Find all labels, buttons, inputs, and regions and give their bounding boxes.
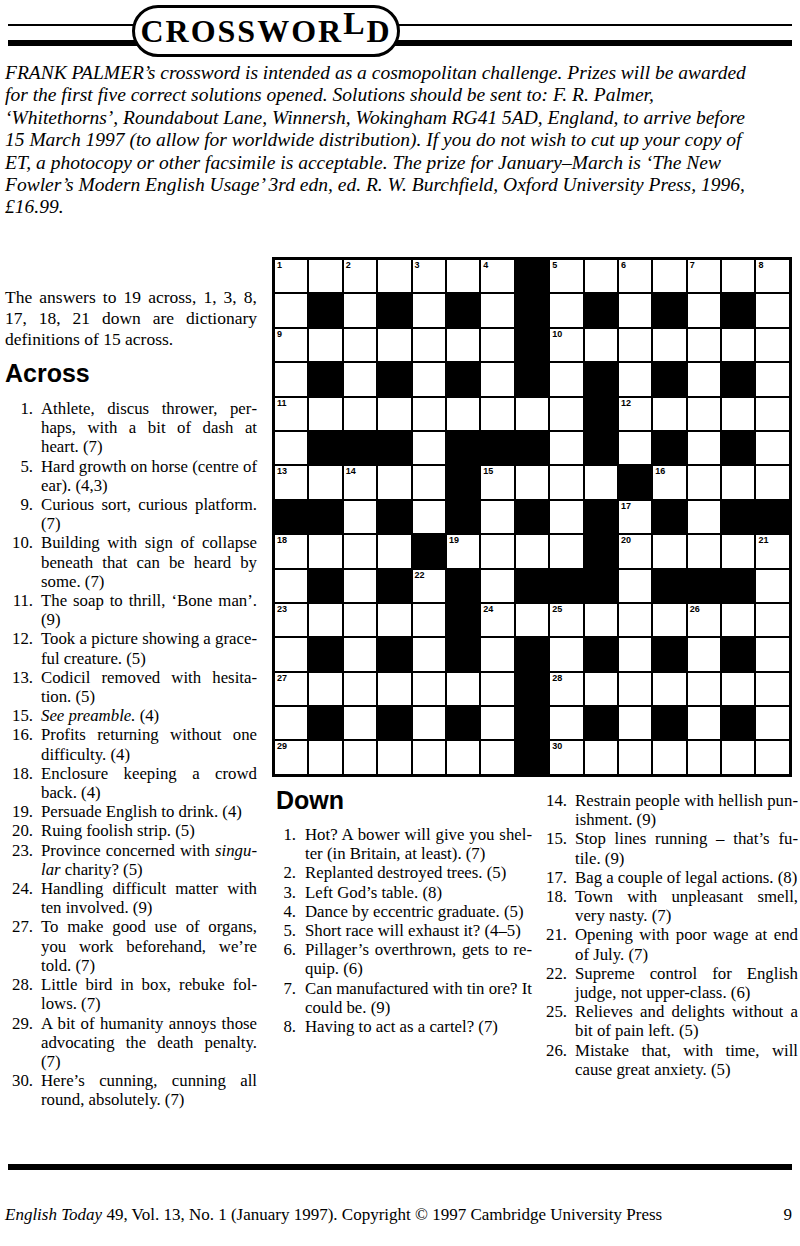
- grid-cell-r2c15[interactable]: [755, 293, 789, 327]
- grid-cell-r13c5[interactable]: [412, 672, 446, 706]
- clue-across-27: 27.To make good use of organs, you work …: [5, 917, 257, 975]
- grid-cell-r12c15[interactable]: [755, 637, 789, 671]
- grid-cell-r1c2[interactable]: [308, 259, 342, 293]
- grid-cell-r11c15[interactable]: [755, 603, 789, 637]
- cell-number: 23: [277, 604, 287, 615]
- grid-cell-r11c7[interactable]: 24: [480, 603, 514, 637]
- cell-number: 29: [277, 741, 287, 752]
- grid-cell-r10c11[interactable]: [618, 569, 652, 603]
- grid-cell-r13c2[interactable]: [308, 672, 342, 706]
- grid-cell-r11c14[interactable]: [721, 603, 755, 637]
- grid-cell-r10c13-black: [687, 569, 721, 603]
- grid-cell-r7c5[interactable]: [412, 465, 446, 499]
- grid-cell-r11c5[interactable]: [412, 603, 446, 637]
- clue-text: Curious sort, curious platform. (7): [41, 495, 257, 533]
- grid-cell-r2c7[interactable]: [480, 293, 514, 327]
- clue-across-13: 13.Codicil removed with hesitation. (5): [5, 668, 257, 706]
- clue-text: A bit of humanity annoys those advocatin…: [41, 1014, 257, 1072]
- grid-cell-r13c15[interactable]: [755, 672, 789, 706]
- grid-cell-r8c6-black: [446, 500, 480, 534]
- grid-cell-r10c6-black: [446, 569, 480, 603]
- clue-text: Short race will exhaust it? (4–5): [305, 921, 532, 940]
- grid-cell-r5c10-black: [584, 397, 618, 431]
- clue-down-7: 7.Can manufactured with tin ore? It coul…: [276, 979, 532, 1017]
- page-title: CROSSWORLD: [140, 13, 391, 50]
- grid-cell-r1c6[interactable]: [446, 259, 480, 293]
- grid-cell-r9c14[interactable]: [721, 534, 755, 568]
- grid-cell-r4c13[interactable]: [687, 362, 721, 396]
- grid-cell-r5c4[interactable]: [377, 397, 411, 431]
- grid-cell-r3c1[interactable]: 9: [274, 328, 308, 362]
- cell-number: 18: [277, 535, 287, 546]
- clue-text: Athlete, discus thrower, perhaps, with a…: [41, 399, 257, 457]
- footer-rule: [8, 1164, 792, 1170]
- cell-number: 30: [552, 741, 562, 752]
- grid-cell-r1c7[interactable]: 4: [480, 259, 514, 293]
- grid-cell-r11c1[interactable]: 23: [274, 603, 308, 637]
- grid-cell-r6c9[interactable]: [549, 431, 583, 465]
- grid-cell-r7c9[interactable]: [549, 465, 583, 499]
- clue-text: Dance by eccentric graduate. (5): [305, 902, 532, 921]
- grid-cell-r7c12[interactable]: 16: [652, 465, 686, 499]
- grid-cell-r6c8-black: [515, 431, 549, 465]
- grid-cell-r5c2[interactable]: [308, 397, 342, 431]
- grid-cell-r11c13[interactable]: 26: [687, 603, 721, 637]
- grid-cell-r14c1[interactable]: [274, 706, 308, 740]
- clue-down-22: 22.Supreme control for English judge, no…: [541, 964, 798, 1002]
- grid-cell-r13c1[interactable]: 27: [274, 672, 308, 706]
- grid-cell-r5c1[interactable]: 11: [274, 397, 308, 431]
- grid-cell-r5c15[interactable]: [755, 397, 789, 431]
- grid-cell-r9c6[interactable]: 19: [446, 534, 480, 568]
- clue-number: 16.: [5, 725, 33, 763]
- grid-cell-r1c14[interactable]: [721, 259, 755, 293]
- grid-cell-r9c13[interactable]: [687, 534, 721, 568]
- grid-cell-r7c14[interactable]: [721, 465, 755, 499]
- clue-text: Building with sign of collapse beneath t…: [41, 533, 257, 591]
- grid-cell-r6c3-black: [343, 431, 377, 465]
- grid-cell-r4c3[interactable]: [343, 362, 377, 396]
- grid-cell-r8c3[interactable]: [343, 500, 377, 534]
- grid-cell-r15c5[interactable]: [412, 740, 446, 774]
- clue-down-15: 15.Stop lines running – that’s futile. (…: [541, 829, 798, 867]
- clue-number: 1.: [276, 825, 296, 863]
- clue-across-16: 16.Profits returning without one difficu…: [5, 725, 257, 763]
- grid-cell-r13c10[interactable]: [584, 672, 618, 706]
- grid-cell-r6c2-black: [308, 431, 342, 465]
- clue-number: 26.: [541, 1041, 567, 1079]
- grid-cell-r1c3[interactable]: 2: [343, 259, 377, 293]
- clue-number: 24.: [5, 879, 33, 917]
- cell-number: 21: [758, 535, 768, 546]
- grid-cell-r15c2[interactable]: [308, 740, 342, 774]
- cell-number: 14: [346, 466, 356, 477]
- grid-cell-r5c14[interactable]: [721, 397, 755, 431]
- grid-cell-r15c12[interactable]: [652, 740, 686, 774]
- clue-number: 21.: [541, 925, 567, 963]
- down-clues-1-8: 1.Hot? A bower will give you shelter (in…: [276, 825, 532, 1036]
- clue-number: 10.: [5, 533, 33, 591]
- clue-across-29: 29.A bit of humanity annoys those advoca…: [5, 1014, 257, 1072]
- grid-cell-r2c9[interactable]: [549, 293, 583, 327]
- cell-number: 15: [483, 466, 493, 477]
- grid-cell-r10c4-black: [377, 569, 411, 603]
- grid-cell-r15c1[interactable]: 29: [274, 740, 308, 774]
- grid-cell-r5c8[interactable]: [515, 397, 549, 431]
- grid-cell-r12c14-black: [721, 637, 755, 671]
- grid-cell-r9c8[interactable]: [515, 534, 549, 568]
- clue-number: 19.: [5, 802, 33, 821]
- grid-cell-r8c13[interactable]: [687, 500, 721, 534]
- clue-number: 25.: [541, 1002, 567, 1040]
- grid-cell-r10c14-black: [721, 569, 755, 603]
- grid-cell-r5c3[interactable]: [343, 397, 377, 431]
- grid-cell-r4c8-black: [515, 362, 549, 396]
- clue-down-6: 6.Pillager’s overthrown, gets to requip.…: [276, 940, 532, 978]
- grid-cell-r1c1[interactable]: 1: [274, 259, 308, 293]
- clue-text: Pillager’s overthrown, gets to requip. (…: [305, 940, 532, 978]
- grid-cell-r14c3[interactable]: [343, 706, 377, 740]
- footer: English Today 49, Vol. 13, No. 1 (Januar…: [5, 1205, 792, 1225]
- grid-cell-r6c13[interactable]: [687, 431, 721, 465]
- grid-cell-r3c2[interactable]: [308, 328, 342, 362]
- title-oval: CROSSWORLD: [132, 5, 400, 57]
- grid-cell-r4c6-black: [446, 362, 480, 396]
- grid-cell-r11c12[interactable]: [652, 603, 686, 637]
- cell-number: 28: [552, 673, 562, 684]
- grid-cell-r3c14[interactable]: [721, 328, 755, 362]
- clue-number: 23.: [5, 841, 33, 879]
- grid-cell-r12c5[interactable]: [412, 637, 446, 671]
- grid-cell-r14c13[interactable]: [687, 706, 721, 740]
- grid-cell-r8c9[interactable]: [549, 500, 583, 534]
- cell-number: 11: [277, 398, 287, 409]
- clue-text: Enclosure keeping a crowd back. (4): [41, 764, 257, 802]
- clue-down-2: 2.Replanted destroyed trees. (5): [276, 863, 532, 882]
- down-clues-14-26: 14.Restrain people with hellish punishme…: [541, 791, 798, 1079]
- grid-cell-r7c4[interactable]: [377, 465, 411, 499]
- grid-cell-r7c1[interactable]: 13: [274, 465, 308, 499]
- grid-cell-r11c10[interactable]: [584, 603, 618, 637]
- grid-cell-r15c8-black: [515, 740, 549, 774]
- grid-cell-r14c8-black: [515, 706, 549, 740]
- grid-cell-r12c2-black: [308, 637, 342, 671]
- grid-cell-r9c2[interactable]: [308, 534, 342, 568]
- grid-cell-r10c1[interactable]: [274, 569, 308, 603]
- grid-cell-r15c15[interactable]: [755, 740, 789, 774]
- grid-cell-r8c11[interactable]: 17: [618, 500, 652, 534]
- grid-cell-r3c6[interactable]: [446, 328, 480, 362]
- grid-cell-r9c9[interactable]: [549, 534, 583, 568]
- cell-number: 10: [552, 329, 562, 340]
- grid-cell-r12c1[interactable]: [274, 637, 308, 671]
- clue-across-24: 24.Handling difficult matter with ten in…: [5, 879, 257, 917]
- grid-cell-r4c12-black: [652, 362, 686, 396]
- grid-cell-r7c3[interactable]: 14: [343, 465, 377, 499]
- clue-number: 5.: [276, 921, 296, 940]
- grid-cell-r12c13[interactable]: [687, 637, 721, 671]
- grid-cell-r5c11[interactable]: 12: [618, 397, 652, 431]
- clue-text: Having to act as a cartel? (7): [305, 1017, 532, 1036]
- grid-cell-r9c7[interactable]: [480, 534, 514, 568]
- grid-cell-r10c3[interactable]: [343, 569, 377, 603]
- grid-cell-r1c12[interactable]: [652, 259, 686, 293]
- clue-across-18: 18.Enclosure keeping a crowd back. (4): [5, 764, 257, 802]
- instructions-note: The answers to 19 across, 1, 3, 8, 17, 1…: [5, 287, 257, 350]
- grid-cell-r3c11[interactable]: [618, 328, 652, 362]
- grid-cell-r8c1-black: [274, 500, 308, 534]
- grid-cell-r2c1[interactable]: [274, 293, 308, 327]
- grid-cell-r13c8-black: [515, 672, 549, 706]
- grid-cell-r11c2[interactable]: [308, 603, 342, 637]
- grid-cell-r3c9[interactable]: 10: [549, 328, 583, 362]
- clue-across-9: 9.Curious sort, curious platform. (7): [5, 495, 257, 533]
- grid-cell-r8c7[interactable]: [480, 500, 514, 534]
- grid-cell-r14c7[interactable]: [480, 706, 514, 740]
- grid-cell-r4c9[interactable]: [549, 362, 583, 396]
- grid-cell-r8c8-black: [515, 500, 549, 534]
- grid-cell-r6c15[interactable]: [755, 431, 789, 465]
- grid-cell-r9c4[interactable]: [377, 534, 411, 568]
- clue-down-4: 4.Dance by eccentric graduate. (5): [276, 902, 532, 921]
- grid-cell-r6c4-black: [377, 431, 411, 465]
- grid-cell-r8c2-black: [308, 500, 342, 534]
- grid-cell-r9c11[interactable]: 20: [618, 534, 652, 568]
- cell-number: 20: [621, 535, 631, 546]
- grid-cell-r11c6-black: [446, 603, 480, 637]
- grid-cell-r8c4-black: [377, 500, 411, 534]
- cell-number: 22: [415, 570, 425, 581]
- grid-cell-r4c7[interactable]: [480, 362, 514, 396]
- grid-cell-r12c9[interactable]: [549, 637, 583, 671]
- grid-cell-r14c9[interactable]: [549, 706, 583, 740]
- grid-cell-r7c10[interactable]: [584, 465, 618, 499]
- grid-cell-r9c1[interactable]: 18: [274, 534, 308, 568]
- grid-cell-r3c5[interactable]: [412, 328, 446, 362]
- grid-cell-r15c14[interactable]: [721, 740, 755, 774]
- grid-cell-r10c8-black: [515, 569, 549, 603]
- grid-cell-r2c13[interactable]: [687, 293, 721, 327]
- grid-cell-r12c11[interactable]: [618, 637, 652, 671]
- grid-cell-r10c15[interactable]: [755, 569, 789, 603]
- clue-across-12: 12.Took a picture showing a graceful cre…: [5, 629, 257, 667]
- grid-cell-r15c6[interactable]: [446, 740, 480, 774]
- preamble-text: FRANK PALMER’s crossword is intended as …: [5, 62, 763, 219]
- grid-cell-r10c5[interactable]: 22: [412, 569, 446, 603]
- grid-cell-r15c3[interactable]: [343, 740, 377, 774]
- grid-cell-r4c4-black: [377, 362, 411, 396]
- cell-number: 6: [621, 260, 626, 271]
- grid-cell-r4c15[interactable]: [755, 362, 789, 396]
- grid-cell-r4c14-black: [721, 362, 755, 396]
- grid-cell-r15c11[interactable]: [618, 740, 652, 774]
- grid-cell-r1c13[interactable]: 7: [687, 259, 721, 293]
- grid-cell-r1c15[interactable]: 8: [755, 259, 789, 293]
- clue-text: Profits returning without one difficulty…: [41, 725, 257, 763]
- grid-cell-r6c10-black: [584, 431, 618, 465]
- clue-text: Persuade English to drink. (4): [41, 802, 257, 821]
- page-number: 9: [784, 1205, 793, 1225]
- grid-cell-r8c12-black: [652, 500, 686, 534]
- raised-letter-l: L: [343, 5, 366, 41]
- grid-cell-r7c11-black: [618, 465, 652, 499]
- grid-cell-r6c1[interactable]: [274, 431, 308, 465]
- grid-cell-r8c10-black: [584, 500, 618, 534]
- grid-cell-r14c12-black: [652, 706, 686, 740]
- clue-down-25: 25.Relieves and delights without a bit o…: [541, 1002, 798, 1040]
- clue-text: Mistake that, with time, will cause grea…: [575, 1041, 798, 1079]
- clue-down-26: 26.Mistake that, with time, will cause g…: [541, 1041, 798, 1079]
- clue-text: Opening with poor wage at end of July. (…: [575, 925, 798, 963]
- grid-cell-r13c12[interactable]: [652, 672, 686, 706]
- grid-cell-r4c11[interactable]: [618, 362, 652, 396]
- grid-cell-r15c7[interactable]: [480, 740, 514, 774]
- clue-text: Relieves and delights without a bit of p…: [575, 1002, 798, 1040]
- clue-text: Here’s cunning, cunning all round, absol…: [41, 1071, 257, 1109]
- grid-cell-r1c9[interactable]: 5: [549, 259, 583, 293]
- grid-cell-r10c7[interactable]: [480, 569, 514, 603]
- grid-cell-r2c11[interactable]: [618, 293, 652, 327]
- across-heading: Across: [5, 359, 90, 388]
- grid-cell-r9c3[interactable]: [343, 534, 377, 568]
- grid-cell-r14c11[interactable]: [618, 706, 652, 740]
- grid-cell-r8c15-black: [755, 500, 789, 534]
- cell-number: 25: [552, 604, 562, 615]
- clue-text: Province concerned with singular charity…: [41, 841, 257, 879]
- clue-text: Little bird in box, rebuke follows. (7): [41, 975, 257, 1013]
- clue-text: Hard growth on horse (centre of ear). (4…: [41, 457, 257, 495]
- clue-across-11: 11.The soap to thrill, ‘Bone man’. (9): [5, 591, 257, 629]
- grid-cell-r13c6[interactable]: [446, 672, 480, 706]
- grid-cell-r2c10-black: [584, 293, 618, 327]
- grid-cell-r13c7[interactable]: [480, 672, 514, 706]
- cell-number: 27: [277, 673, 287, 684]
- grid-cell-r1c5[interactable]: 3: [412, 259, 446, 293]
- grid-cell-r13c3[interactable]: [343, 672, 377, 706]
- grid-cell-r7c13[interactable]: [687, 465, 721, 499]
- clue-number: 12.: [5, 629, 33, 667]
- clue-text: Handling difficult matter with ten invol…: [41, 879, 257, 917]
- grid-cell-r3c7[interactable]: [480, 328, 514, 362]
- grid-cell-r8c14-black: [721, 500, 755, 534]
- grid-cell-r2c3[interactable]: [343, 293, 377, 327]
- clue-down-18: 18.Town with unpleasant smell, very nast…: [541, 887, 798, 925]
- grid-cell-r15c10[interactable]: [584, 740, 618, 774]
- grid-cell-r12c12-black: [652, 637, 686, 671]
- grid-cell-r9c12[interactable]: [652, 534, 686, 568]
- grid-cell-r4c5[interactable]: [412, 362, 446, 396]
- grid-cell-r3c13[interactable]: [687, 328, 721, 362]
- grid-cell-r5c6[interactable]: [446, 397, 480, 431]
- grid-cell-r1c10[interactable]: [584, 259, 618, 293]
- grid-cell-r13c14[interactable]: [721, 672, 755, 706]
- grid-cell-r12c7[interactable]: [480, 637, 514, 671]
- cell-number: 1: [277, 260, 282, 271]
- grid-cell-r11c8[interactable]: [515, 603, 549, 637]
- grid-cell-r13c13[interactable]: [687, 672, 721, 706]
- grid-cell-r3c15[interactable]: [755, 328, 789, 362]
- grid-cell-r4c10-black: [584, 362, 618, 396]
- grid-cell-r14c2-black: [308, 706, 342, 740]
- grid-cell-r7c8[interactable]: [515, 465, 549, 499]
- cell-number: 9: [277, 329, 282, 340]
- clue-number: 18.: [5, 764, 33, 802]
- clue-text: To make good use of organs, you work bef…: [41, 917, 257, 975]
- grid-cell-r6c11[interactable]: [618, 431, 652, 465]
- cell-number: 3: [415, 260, 420, 271]
- grid-cell-r5c12[interactable]: [652, 397, 686, 431]
- cell-number: 12: [621, 398, 631, 409]
- grid-cell-r11c3[interactable]: [343, 603, 377, 637]
- grid-cell-r11c9[interactable]: 25: [549, 603, 583, 637]
- footer-citation: English Today 49, Vol. 13, No. 1 (Januar…: [5, 1205, 662, 1225]
- clue-number: 28.: [5, 975, 33, 1013]
- cell-number: 26: [690, 604, 700, 615]
- cell-number: 24: [483, 604, 493, 615]
- clue-number: 18.: [541, 887, 567, 925]
- down-heading: Down: [276, 786, 344, 815]
- grid-cell-r6c5[interactable]: [412, 431, 446, 465]
- grid-cell-r7c2[interactable]: [308, 465, 342, 499]
- grid-cell-r3c3[interactable]: [343, 328, 377, 362]
- grid-cell-r11c4[interactable]: [377, 603, 411, 637]
- across-clues: 1.Athlete, discus thrower, perhaps, with…: [5, 399, 257, 1110]
- clue-text: Replanted destroyed trees. (5): [305, 863, 532, 882]
- grid-cell-r14c15[interactable]: [755, 706, 789, 740]
- cell-number: 7: [690, 260, 695, 271]
- grid-cell-r2c5[interactable]: [412, 293, 446, 327]
- grid-cell-r3c8-black: [515, 328, 549, 362]
- clue-number: 4.: [276, 902, 296, 921]
- grid-cell-r13c11[interactable]: [618, 672, 652, 706]
- grid-cell-r5c13[interactable]: [687, 397, 721, 431]
- grid-cell-r7c15[interactable]: [755, 465, 789, 499]
- grid-cell-r8c5[interactable]: [412, 500, 446, 534]
- grid-cell-r11c11[interactable]: [618, 603, 652, 637]
- cell-number: 16: [655, 466, 665, 477]
- grid-cell-r12c3[interactable]: [343, 637, 377, 671]
- clue-across-15: 15.See preamble. (4): [5, 706, 257, 725]
- grid-cell-r3c12[interactable]: [652, 328, 686, 362]
- clue-text: Codicil removed with hesitation. (5): [41, 668, 257, 706]
- grid-cell-r4c1[interactable]: [274, 362, 308, 396]
- grid-cell-r14c5[interactable]: [412, 706, 446, 740]
- grid-cell-r10c12-black: [652, 569, 686, 603]
- grid-cell-r5c9[interactable]: [549, 397, 583, 431]
- grid-cell-r13c9[interactable]: 28: [549, 672, 583, 706]
- grid-cell-r15c4[interactable]: [377, 740, 411, 774]
- clue-across-10: 10.Building with sign of collapse beneat…: [5, 533, 257, 591]
- grid-cell-r5c5[interactable]: [412, 397, 446, 431]
- grid-cell-r13c4[interactable]: [377, 672, 411, 706]
- grid-cell-r6c7-black: [480, 431, 514, 465]
- grid-cell-r15c9[interactable]: 30: [549, 740, 583, 774]
- grid-cell-r7c7[interactable]: 15: [480, 465, 514, 499]
- grid-cell-r3c10[interactable]: [584, 328, 618, 362]
- grid-cell-r3c4[interactable]: [377, 328, 411, 362]
- clue-text: The soap to thrill, ‘Bone man’. (9): [41, 591, 257, 629]
- cell-number: 17: [621, 501, 631, 512]
- clue-number: 13.: [5, 668, 33, 706]
- grid-cell-r5c7[interactable]: [480, 397, 514, 431]
- grid-cell-r15c13[interactable]: [687, 740, 721, 774]
- grid-cell-r1c4[interactable]: [377, 259, 411, 293]
- grid-cell-r1c11[interactable]: 6: [618, 259, 652, 293]
- grid-cell-r10c2-black: [308, 569, 342, 603]
- clue-across-30: 30.Here’s cunning, cunning all round, ab…: [5, 1071, 257, 1109]
- grid-cell-r9c15[interactable]: 21: [755, 534, 789, 568]
- cell-number: 13: [277, 466, 287, 477]
